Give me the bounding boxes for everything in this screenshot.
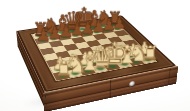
chess-box: ♜♞♝♛♚♝♞♜♟♟♟♟♟♟♟♟♟♟♟♟♟♟♟♟♜♞♝♛♚♝♞♜ (17, 15, 177, 92)
square-a1: ♜ (53, 71, 70, 80)
chess-set-photo: ♜♞♝♛♚♝♞♜♟♟♟♟♟♟♟♟♟♟♟♟♟♟♟♟♜♞♝♛♚♝♞♜ (0, 0, 190, 111)
drawer-knob (130, 81, 135, 87)
piece-black-pawn-a7: ♟ (36, 27, 51, 44)
chess-board: ♜♞♝♛♚♝♞♜♟♟♟♟♟♟♟♟♟♟♟♟♟♟♟♟♜♞♝♛♚♝♞♜ (32, 22, 156, 81)
piece-white-rook-a1: ♜ (54, 59, 73, 80)
square-a7: ♟ (35, 37, 49, 44)
